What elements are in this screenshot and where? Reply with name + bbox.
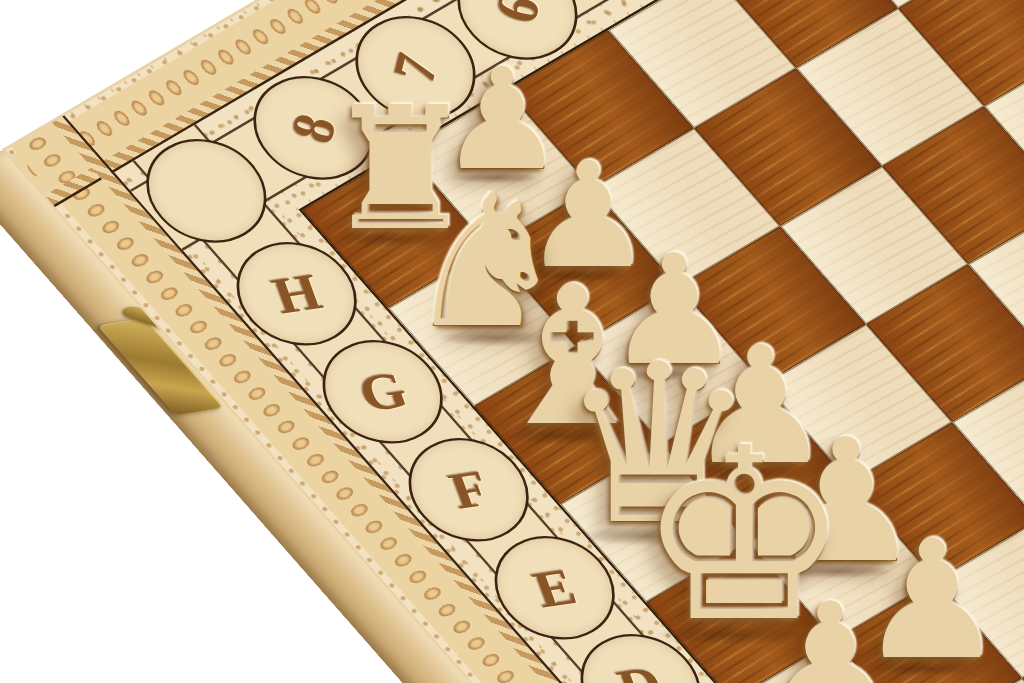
coordinate-label: H xyxy=(264,262,329,326)
chess-board-photo: { "game": { "name": "chess", "descriptio… xyxy=(0,0,1024,683)
coordinate-label: G xyxy=(350,360,415,424)
piece-white-pawn-c8[interactable]: ♟ xyxy=(758,582,901,683)
coordinate-label: 6 xyxy=(481,0,554,30)
